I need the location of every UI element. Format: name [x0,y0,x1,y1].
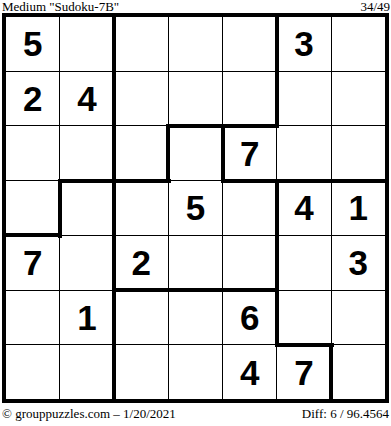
cell-r4c1[interactable] [6,181,59,235]
cell-r1c7[interactable] [332,17,385,71]
cell-r7c5[interactable]: 4 [223,345,276,399]
cell-r1c1[interactable]: 5 [6,17,59,71]
cell-r6c2[interactable]: 1 [60,291,113,345]
cell-r2c2[interactable]: 4 [60,72,113,126]
cell-r4c2[interactable] [60,181,113,235]
cell-r6c5[interactable]: 6 [223,291,276,345]
cell-r2c1[interactable]: 2 [6,72,59,126]
cell-r1c2[interactable] [60,17,113,71]
cell-r4c7[interactable]: 1 [332,181,385,235]
cell-r2c7[interactable] [332,72,385,126]
cell-r2c3[interactable] [115,72,168,126]
cell-r5c5[interactable] [223,236,276,290]
cell-r4c4[interactable]: 5 [169,181,222,235]
cell-r2c6[interactable] [277,72,330,126]
cell-r7c3[interactable] [115,345,168,399]
cell-r6c3[interactable] [115,291,168,345]
cell-r3c4[interactable] [169,126,222,180]
footer-difficulty: Diff: 6 / 96.4564 [302,406,389,422]
cell-r1c5[interactable] [223,17,276,71]
cell-r2c4[interactable] [169,72,222,126]
cell-r5c7[interactable]: 3 [332,236,385,290]
cell-r1c3[interactable] [115,17,168,71]
cell-r4c3[interactable] [115,181,168,235]
cell-r5c4[interactable] [169,236,222,290]
cell-r3c7[interactable] [332,126,385,180]
cell-r5c1[interactable]: 7 [6,236,59,290]
cell-r1c4[interactable] [169,17,222,71]
cell-r4c5[interactable] [223,181,276,235]
cell-r7c7[interactable] [332,345,385,399]
sudoku-board: 532475417231647 [2,13,389,403]
cell-r1c6[interactable]: 3 [277,17,330,71]
cell-r6c4[interactable] [169,291,222,345]
cell-r3c1[interactable] [6,126,59,180]
puzzle-page: Medium "Sudoku-7B" 34/49 532475417231647… [0,0,391,426]
cell-r4c6[interactable]: 4 [277,181,330,235]
cell-r5c6[interactable] [277,236,330,290]
cell-r7c4[interactable] [169,345,222,399]
cell-r5c2[interactable] [60,236,113,290]
cell-r7c6[interactable]: 7 [277,345,330,399]
cell-r6c6[interactable] [277,291,330,345]
cell-r5c3[interactable]: 2 [115,236,168,290]
cell-r3c6[interactable] [277,126,330,180]
cell-r3c5[interactable]: 7 [223,126,276,180]
cell-r7c1[interactable] [6,345,59,399]
footer-copyright: © grouppuzzles.com – 1/20/2021 [2,406,176,422]
cell-r7c2[interactable] [60,345,113,399]
cell-r3c2[interactable] [60,126,113,180]
cell-r3c3[interactable] [115,126,168,180]
cell-r6c7[interactable] [332,291,385,345]
cell-r6c1[interactable] [6,291,59,345]
cell-r2c5[interactable] [223,72,276,126]
